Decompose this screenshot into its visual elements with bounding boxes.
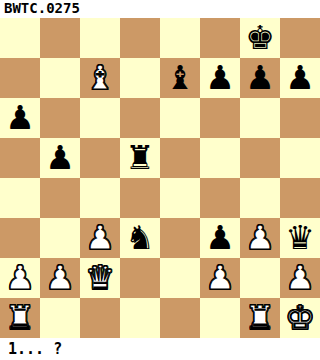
square-h8 <box>280 18 320 58</box>
square-b2: ♟ <box>40 258 80 298</box>
square-d2 <box>120 258 160 298</box>
square-b5: ♟ <box>40 138 80 178</box>
square-d6 <box>120 98 160 138</box>
black-pawn: ♟ <box>205 218 235 258</box>
square-e6 <box>160 98 200 138</box>
square-g3: ♟ <box>240 218 280 258</box>
square-c2: ♛ <box>80 258 120 298</box>
square-g7: ♟ <box>240 58 280 98</box>
square-b4 <box>40 178 80 218</box>
white-pawn: ♟ <box>85 218 115 258</box>
square-g6 <box>240 98 280 138</box>
square-a7 <box>0 58 40 98</box>
square-b7 <box>40 58 80 98</box>
square-h5 <box>280 138 320 178</box>
square-c7: ♝ <box>80 58 120 98</box>
chess-puzzle-diagram: BWTC.0275 ♚♝♝♟♟♟♟♟♜♟♞♟♟♛♟♟♛♟♟♜♜♚ 1... ? <box>0 0 320 360</box>
square-c8 <box>80 18 120 58</box>
square-h7: ♟ <box>280 58 320 98</box>
black-knight: ♞ <box>125 218 155 258</box>
square-h6 <box>280 98 320 138</box>
square-d1 <box>120 298 160 338</box>
square-e5 <box>160 138 200 178</box>
square-c6 <box>80 98 120 138</box>
square-h4 <box>280 178 320 218</box>
square-a5 <box>0 138 40 178</box>
square-b8 <box>40 18 80 58</box>
square-g1: ♜ <box>240 298 280 338</box>
square-h1: ♚ <box>280 298 320 338</box>
square-g5 <box>240 138 280 178</box>
white-queen: ♛ <box>85 258 115 298</box>
square-e1 <box>160 298 200 338</box>
square-d5: ♜ <box>120 138 160 178</box>
black-king: ♚ <box>245 18 275 58</box>
square-f7: ♟ <box>200 58 240 98</box>
square-d7 <box>120 58 160 98</box>
white-pawn: ♟ <box>205 258 235 298</box>
black-queen: ♛ <box>285 218 315 258</box>
square-g2 <box>240 258 280 298</box>
white-pawn: ♟ <box>5 258 35 298</box>
white-rook: ♜ <box>5 298 35 338</box>
white-king: ♚ <box>285 298 315 338</box>
square-a1: ♜ <box>0 298 40 338</box>
square-h2: ♟ <box>280 258 320 298</box>
square-a3 <box>0 218 40 258</box>
square-b1 <box>40 298 80 338</box>
black-bishop: ♝ <box>165 58 195 98</box>
square-a2: ♟ <box>0 258 40 298</box>
white-pawn: ♟ <box>285 258 315 298</box>
square-e8 <box>160 18 200 58</box>
square-c1 <box>80 298 120 338</box>
square-a8 <box>0 18 40 58</box>
square-g8: ♚ <box>240 18 280 58</box>
square-a4 <box>0 178 40 218</box>
square-f2: ♟ <box>200 258 240 298</box>
square-e7: ♝ <box>160 58 200 98</box>
black-rook: ♜ <box>125 138 155 178</box>
white-pawn: ♟ <box>45 258 75 298</box>
square-b6 <box>40 98 80 138</box>
square-d4 <box>120 178 160 218</box>
white-bishop: ♝ <box>85 58 115 98</box>
square-f5 <box>200 138 240 178</box>
square-e4 <box>160 178 200 218</box>
black-pawn: ♟ <box>5 98 35 138</box>
square-c4 <box>80 178 120 218</box>
square-h3: ♛ <box>280 218 320 258</box>
black-pawn: ♟ <box>45 138 75 178</box>
puzzle-id: BWTC.0275 <box>0 0 320 18</box>
black-pawn: ♟ <box>245 58 275 98</box>
white-pawn: ♟ <box>245 218 275 258</box>
square-e2 <box>160 258 200 298</box>
square-d3: ♞ <box>120 218 160 258</box>
square-g4 <box>240 178 280 218</box>
square-b3 <box>40 218 80 258</box>
black-pawn: ♟ <box>285 58 315 98</box>
square-f8 <box>200 18 240 58</box>
square-c3: ♟ <box>80 218 120 258</box>
square-f1 <box>200 298 240 338</box>
black-pawn: ♟ <box>205 58 235 98</box>
chess-board: ♚♝♝♟♟♟♟♟♜♟♞♟♟♛♟♟♛♟♟♜♜♚ <box>0 18 320 338</box>
white-rook: ♜ <box>245 298 275 338</box>
square-f3: ♟ <box>200 218 240 258</box>
move-prompt: 1... ? <box>0 338 320 360</box>
square-e3 <box>160 218 200 258</box>
square-f4 <box>200 178 240 218</box>
square-c5 <box>80 138 120 178</box>
square-a6: ♟ <box>0 98 40 138</box>
square-f6 <box>200 98 240 138</box>
square-d8 <box>120 18 160 58</box>
